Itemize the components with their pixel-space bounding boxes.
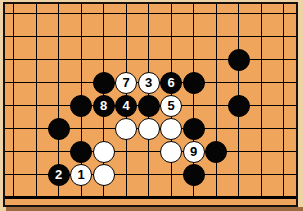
- grid-hline: [5, 151, 296, 152]
- grid-hline: [5, 59, 296, 60]
- white-stone-move-1: 1: [70, 164, 92, 186]
- grid-vline: [216, 4, 217, 199]
- black-stone: [138, 95, 160, 117]
- grid-vline: [261, 4, 262, 199]
- black-stone: [48, 118, 70, 140]
- black-stone: [205, 141, 227, 163]
- go-board: 736845921: [3, 2, 298, 207]
- white-stone: [93, 141, 115, 163]
- move-number-label: 7: [122, 76, 129, 89]
- move-number-label: 3: [145, 76, 152, 89]
- black-stone-move-4: 4: [115, 95, 137, 117]
- grid-hline-board-edge: [5, 196, 296, 199]
- go-diagram: 736845921: [0, 0, 303, 211]
- black-stone-move-8: 8: [93, 95, 115, 117]
- board-bottom-shadow: [6, 207, 303, 211]
- black-stone: [183, 164, 205, 186]
- black-stone: [183, 118, 205, 140]
- black-stone-move-6: 6: [160, 72, 182, 94]
- move-number-label: 9: [190, 145, 197, 158]
- black-stone: [228, 49, 250, 71]
- white-stone: [160, 118, 182, 140]
- grid-hline: [5, 36, 296, 37]
- white-stone: [93, 164, 115, 186]
- grid-vline: [36, 4, 37, 199]
- grid-vline: [283, 4, 284, 199]
- grid-vline: [13, 4, 14, 199]
- white-stone: [115, 118, 137, 140]
- black-stone: [183, 72, 205, 94]
- white-stone: [160, 141, 182, 163]
- black-stone: [70, 141, 92, 163]
- black-stone: [93, 72, 115, 94]
- move-number-label: 5: [167, 99, 174, 112]
- white-stone: [138, 118, 160, 140]
- black-stone: [228, 95, 250, 117]
- grid-hline: [5, 13, 296, 14]
- white-stone-move-7: 7: [115, 72, 137, 94]
- move-number-label: 4: [122, 99, 129, 112]
- move-number-label: 6: [167, 76, 174, 89]
- move-number-label: 1: [77, 168, 84, 181]
- white-stone-move-5: 5: [160, 95, 182, 117]
- white-stone-move-9: 9: [183, 141, 205, 163]
- black-stone: [70, 95, 92, 117]
- white-stone-move-3: 3: [138, 72, 160, 94]
- move-number-label: 8: [100, 99, 107, 112]
- black-stone-move-2: 2: [48, 164, 70, 186]
- move-number-label: 2: [55, 168, 62, 181]
